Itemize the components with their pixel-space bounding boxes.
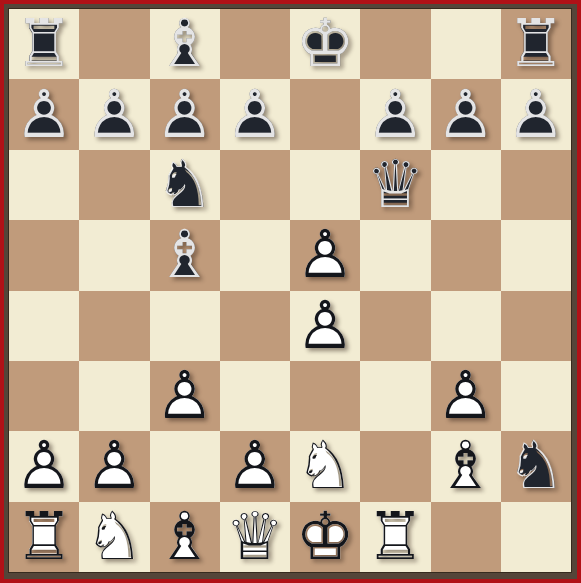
piece-outline-glyph: ♙ <box>85 82 144 148</box>
square-a3[interactable] <box>9 361 79 431</box>
piece-outline-glyph: ♗ <box>436 433 495 499</box>
white-pawn-piece[interactable]: ♟♙ <box>225 433 284 499</box>
piece-outline-glyph: ♙ <box>436 82 495 148</box>
black-pawn-piece[interactable]: ♟♙ <box>436 82 495 148</box>
square-g5[interactable] <box>431 220 501 290</box>
white-pawn-piece[interactable]: ♟♙ <box>296 293 355 359</box>
chess-board: ♜♖♝♗♚♔♜♖♟♙♟♙♟♙♟♙♟♙♟♙♟♙♞♘♛♕♝♗♟♙♟♙♟♙♟♙♟♙♟♙… <box>9 9 571 572</box>
piece-outline-glyph: ♘ <box>155 152 214 218</box>
white-pawn-piece[interactable]: ♟♙ <box>15 433 74 499</box>
square-d6[interactable] <box>220 150 290 220</box>
piece-outline-glyph: ♙ <box>366 82 425 148</box>
square-e8[interactable]: ♚♔ <box>290 9 360 79</box>
piece-outline-glyph: ♙ <box>155 82 214 148</box>
square-a1[interactable]: ♜♖ <box>9 502 79 572</box>
black-king-piece[interactable]: ♚♔ <box>296 11 355 77</box>
square-h4[interactable] <box>501 291 571 361</box>
square-g6[interactable] <box>431 150 501 220</box>
square-a8[interactable]: ♜♖ <box>9 9 79 79</box>
black-pawn-piece[interactable]: ♟♙ <box>366 82 425 148</box>
piece-outline-glyph: ♙ <box>155 363 214 429</box>
square-e2[interactable]: ♞♘ <box>290 431 360 501</box>
white-queen-piece[interactable]: ♛♕ <box>225 504 284 570</box>
piece-outline-glyph: ♙ <box>225 433 284 499</box>
piece-outline-glyph: ♙ <box>15 433 74 499</box>
square-g2[interactable]: ♝♗ <box>431 431 501 501</box>
square-g3[interactable]: ♟♙ <box>431 361 501 431</box>
piece-outline-glyph: ♕ <box>225 504 284 570</box>
white-bishop-piece[interactable]: ♝♗ <box>155 504 214 570</box>
black-pawn-piece[interactable]: ♟♙ <box>155 82 214 148</box>
piece-outline-glyph: ♘ <box>506 433 565 499</box>
square-f3[interactable] <box>360 361 430 431</box>
square-d3[interactable] <box>220 361 290 431</box>
chessboard-outer-border: ♜♖♝♗♚♔♜♖♟♙♟♙♟♙♟♙♟♙♟♙♟♙♞♘♛♕♝♗♟♙♟♙♟♙♟♙♟♙♟♙… <box>0 0 581 583</box>
square-d4[interactable] <box>220 291 290 361</box>
square-h3[interactable] <box>501 361 571 431</box>
black-pawn-piece[interactable]: ♟♙ <box>15 82 74 148</box>
square-c1[interactable]: ♝♗ <box>150 502 220 572</box>
piece-outline-glyph: ♙ <box>436 363 495 429</box>
square-c4[interactable] <box>150 291 220 361</box>
square-e5[interactable]: ♟♙ <box>290 220 360 290</box>
square-b4[interactable] <box>79 291 149 361</box>
piece-outline-glyph: ♘ <box>85 504 144 570</box>
square-g1[interactable] <box>431 502 501 572</box>
square-b7[interactable]: ♟♙ <box>79 79 149 149</box>
square-a4[interactable] <box>9 291 79 361</box>
square-e3[interactable] <box>290 361 360 431</box>
square-d7[interactable]: ♟♙ <box>220 79 290 149</box>
piece-outline-glyph: ♔ <box>296 11 355 77</box>
piece-outline-glyph: ♔ <box>296 504 355 570</box>
black-pawn-piece[interactable]: ♟♙ <box>85 82 144 148</box>
square-a2[interactable]: ♟♙ <box>9 431 79 501</box>
square-d5[interactable] <box>220 220 290 290</box>
black-bishop-piece[interactable]: ♝♗ <box>155 11 214 77</box>
square-g4[interactable] <box>431 291 501 361</box>
piece-outline-glyph: ♙ <box>296 222 355 288</box>
white-king-piece[interactable]: ♚♔ <box>296 504 355 570</box>
square-f6[interactable]: ♛♕ <box>360 150 430 220</box>
square-f7[interactable]: ♟♙ <box>360 79 430 149</box>
white-rook-piece[interactable]: ♜♖ <box>366 504 425 570</box>
black-rook-piece[interactable]: ♜♖ <box>15 11 74 77</box>
square-a6[interactable] <box>9 150 79 220</box>
square-e6[interactable] <box>290 150 360 220</box>
white-pawn-piece[interactable]: ♟♙ <box>155 363 214 429</box>
square-f2[interactable] <box>360 431 430 501</box>
piece-outline-glyph: ♖ <box>366 504 425 570</box>
square-d8[interactable] <box>220 9 290 79</box>
square-h7[interactable]: ♟♙ <box>501 79 571 149</box>
square-b8[interactable] <box>79 9 149 79</box>
square-e1[interactable]: ♚♔ <box>290 502 360 572</box>
square-g8[interactable] <box>431 9 501 79</box>
piece-outline-glyph: ♕ <box>366 152 425 218</box>
piece-outline-glyph: ♙ <box>225 82 284 148</box>
piece-outline-glyph: ♙ <box>85 433 144 499</box>
square-a7[interactable]: ♟♙ <box>9 79 79 149</box>
white-rook-piece[interactable]: ♜♖ <box>15 504 74 570</box>
square-h5[interactable] <box>501 220 571 290</box>
square-f5[interactable] <box>360 220 430 290</box>
square-f4[interactable] <box>360 291 430 361</box>
square-b3[interactable] <box>79 361 149 431</box>
square-e4[interactable]: ♟♙ <box>290 291 360 361</box>
square-c8[interactable]: ♝♗ <box>150 9 220 79</box>
square-c7[interactable]: ♟♙ <box>150 79 220 149</box>
piece-outline-glyph: ♘ <box>296 433 355 499</box>
piece-outline-glyph: ♙ <box>15 82 74 148</box>
square-b2[interactable]: ♟♙ <box>79 431 149 501</box>
piece-outline-glyph: ♖ <box>15 11 74 77</box>
square-c5[interactable]: ♝♗ <box>150 220 220 290</box>
black-bishop-piece[interactable]: ♝♗ <box>155 222 214 288</box>
piece-outline-glyph: ♖ <box>15 504 74 570</box>
black-rook-piece[interactable]: ♜♖ <box>506 11 565 77</box>
square-c2[interactable] <box>150 431 220 501</box>
square-h1[interactable] <box>501 502 571 572</box>
white-knight-piece[interactable]: ♞♘ <box>85 504 144 570</box>
black-pawn-piece[interactable]: ♟♙ <box>225 82 284 148</box>
square-h6[interactable] <box>501 150 571 220</box>
white-pawn-piece[interactable]: ♟♙ <box>296 222 355 288</box>
piece-outline-glyph: ♗ <box>155 222 214 288</box>
square-b1[interactable]: ♞♘ <box>79 502 149 572</box>
piece-outline-glyph: ♙ <box>296 293 355 359</box>
piece-outline-glyph: ♖ <box>506 11 565 77</box>
white-pawn-piece[interactable]: ♟♙ <box>85 433 144 499</box>
white-bishop-piece[interactable]: ♝♗ <box>436 433 495 499</box>
white-knight-piece[interactable]: ♞♘ <box>296 433 355 499</box>
square-h8[interactable]: ♜♖ <box>501 9 571 79</box>
piece-outline-glyph: ♗ <box>155 11 214 77</box>
square-d2[interactable]: ♟♙ <box>220 431 290 501</box>
black-knight-piece[interactable]: ♞♘ <box>506 433 565 499</box>
white-pawn-piece[interactable]: ♟♙ <box>436 363 495 429</box>
square-a5[interactable] <box>9 220 79 290</box>
square-c3[interactable]: ♟♙ <box>150 361 220 431</box>
square-b6[interactable] <box>79 150 149 220</box>
black-queen-piece[interactable]: ♛♕ <box>366 152 425 218</box>
black-knight-piece[interactable]: ♞♘ <box>155 152 214 218</box>
square-d1[interactable]: ♛♕ <box>220 502 290 572</box>
square-b5[interactable] <box>79 220 149 290</box>
square-g7[interactable]: ♟♙ <box>431 79 501 149</box>
square-f1[interactable]: ♜♖ <box>360 502 430 572</box>
piece-outline-glyph: ♗ <box>155 504 214 570</box>
black-pawn-piece[interactable]: ♟♙ <box>506 82 565 148</box>
square-h2[interactable]: ♞♘ <box>501 431 571 501</box>
square-c6[interactable]: ♞♘ <box>150 150 220 220</box>
square-f8[interactable] <box>360 9 430 79</box>
square-e7[interactable] <box>290 79 360 149</box>
piece-outline-glyph: ♙ <box>506 82 565 148</box>
